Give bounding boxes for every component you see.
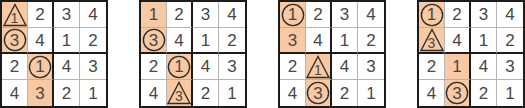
digit: 2 <box>201 85 210 102</box>
digit: 3 <box>428 36 436 50</box>
cell-r1c3: 3 <box>193 2 219 28</box>
cell-r2c2: 4 <box>306 28 332 54</box>
cell-r4c3: 2 <box>332 80 358 106</box>
digit: 1 <box>62 32 71 49</box>
cell-r1c1: 1 <box>2 2 28 28</box>
digit: 3 <box>505 58 514 75</box>
cell-r4c3: 2 <box>193 80 219 106</box>
digit: 4 <box>10 85 19 102</box>
cell-r2c2: 4 <box>28 28 54 54</box>
cell-r3c1: 2 <box>141 54 167 80</box>
cell-r1c4: 4 <box>219 2 245 28</box>
cell-r4c3: 2 <box>471 80 497 106</box>
cell-r2c2: 4 <box>445 28 471 54</box>
digit: 1 <box>314 63 322 77</box>
cell-r3c4: 3 <box>219 54 245 80</box>
cell-r2c1: 3 <box>2 28 28 54</box>
cell-r3c3: 4 <box>193 54 219 80</box>
digit: 1 <box>201 32 210 49</box>
digit: 1 <box>11 11 19 25</box>
board-2: 1234341221434321 <box>139 0 247 108</box>
board-3: 1234341221434321 <box>278 0 386 108</box>
cell-r4c1: 4 <box>280 80 306 106</box>
digit: 3 <box>227 58 236 75</box>
digit: 2 <box>366 32 375 49</box>
digit: 3 <box>149 32 158 49</box>
cell-r3c3: 4 <box>332 54 358 80</box>
digit: 4 <box>149 85 158 102</box>
digit: 3 <box>479 6 488 23</box>
cell-r3c4: 3 <box>358 54 384 80</box>
digit: 2 <box>479 85 488 102</box>
digit: 2 <box>340 85 349 102</box>
digit: 1 <box>427 6 436 23</box>
cell-r4c4: 1 <box>219 80 245 106</box>
digit: 2 <box>35 6 44 23</box>
digit: 3 <box>340 6 349 23</box>
cell-r4c4: 1 <box>358 80 384 106</box>
cell-r3c1: 2 <box>280 54 306 80</box>
digit: 4 <box>288 85 297 102</box>
digit: 2 <box>10 58 19 75</box>
cell-r4c2: 3 <box>28 80 54 106</box>
cell-r4c1: 4 <box>2 80 28 106</box>
digit: 1 <box>35 58 44 75</box>
cell-r3c4: 3 <box>497 54 523 80</box>
digit: 4 <box>505 6 514 23</box>
digit: 2 <box>505 32 514 49</box>
cell-r1c1: 1 <box>141 2 167 28</box>
digit: 4 <box>35 32 44 49</box>
digit: 4 <box>452 32 461 49</box>
digit: 1 <box>288 6 297 23</box>
cell-r2c3: 1 <box>54 28 80 54</box>
cell-r4c2: 3 <box>306 80 332 106</box>
board-4: 1234341221434321 <box>417 0 525 108</box>
digit: 4 <box>366 6 375 23</box>
digit: 2 <box>88 32 97 49</box>
cell-r1c4: 4 <box>358 2 384 28</box>
cell-r4c1: 4 <box>141 80 167 106</box>
cell-r1c2: 2 <box>306 2 332 28</box>
cell-r2c3: 1 <box>332 28 358 54</box>
digit: 4 <box>201 58 210 75</box>
cell-r3c1: 2 <box>419 54 445 80</box>
digit: 3 <box>313 85 322 102</box>
digit: 4 <box>62 58 71 75</box>
digit: 1 <box>479 32 488 49</box>
cell-r3c3: 4 <box>54 54 80 80</box>
digit: 4 <box>174 32 183 49</box>
digit: 1 <box>227 85 236 102</box>
cell-r1c3: 3 <box>54 2 80 28</box>
digit: 1 <box>452 58 461 75</box>
digit: 4 <box>88 6 97 23</box>
cell-r1c3: 3 <box>471 2 497 28</box>
cell-r1c1: 1 <box>280 2 306 28</box>
digit: 1 <box>174 58 183 75</box>
cell-r4c1: 4 <box>419 80 445 106</box>
cell-r2c4: 2 <box>219 28 245 54</box>
digit: 4 <box>313 32 322 49</box>
cell-r1c2: 2 <box>167 2 193 28</box>
cell-r3c2: 1 <box>167 54 193 80</box>
digit: 3 <box>201 6 210 23</box>
cell-r1c3: 3 <box>332 2 358 28</box>
digit: 3 <box>35 85 44 102</box>
digit: 3 <box>88 58 97 75</box>
digit: 3 <box>288 32 297 49</box>
cell-r4c2: 3 <box>167 80 193 106</box>
digit: 3 <box>62 6 71 23</box>
digit: 4 <box>227 6 236 23</box>
digit: 3 <box>10 32 19 49</box>
cell-r2c3: 1 <box>193 28 219 54</box>
cell-r4c2: 3 <box>445 80 471 106</box>
cell-r3c2: 1 <box>28 54 54 80</box>
cell-r3c3: 4 <box>471 54 497 80</box>
cell-r1c4: 4 <box>80 2 106 28</box>
cell-r3c4: 3 <box>80 54 106 80</box>
cell-r2c2: 4 <box>167 28 193 54</box>
cell-r3c2: 1 <box>445 54 471 80</box>
digit: 2 <box>313 6 322 23</box>
cell-r1c2: 2 <box>445 2 471 28</box>
digit: 2 <box>174 6 183 23</box>
digit: 1 <box>340 32 349 49</box>
cell-r2c1: 3 <box>419 28 445 54</box>
digit: 1 <box>88 85 97 102</box>
cell-r3c1: 2 <box>2 54 28 80</box>
cell-r2c1: 3 <box>280 28 306 54</box>
digit: 3 <box>366 58 375 75</box>
digit: 2 <box>427 58 436 75</box>
cell-r2c4: 2 <box>497 28 523 54</box>
cell-r2c3: 1 <box>471 28 497 54</box>
digit: 1 <box>505 85 514 102</box>
digit: 2 <box>62 85 71 102</box>
digit: 4 <box>479 58 488 75</box>
digit: 2 <box>227 32 236 49</box>
cell-r1c2: 2 <box>28 2 54 28</box>
digit: 2 <box>288 58 297 75</box>
cell-r2c4: 2 <box>80 28 106 54</box>
cell-r1c4: 4 <box>497 2 523 28</box>
cell-r4c3: 2 <box>54 80 80 106</box>
cell-r3c2: 1 <box>306 54 332 80</box>
digit: 4 <box>427 85 436 102</box>
cell-r4c4: 1 <box>80 80 106 106</box>
digit: 1 <box>149 6 158 23</box>
digit: 1 <box>366 85 375 102</box>
sudoku-diagram: 1234341221434321123434122143432112343412… <box>0 0 525 108</box>
cell-r2c4: 2 <box>358 28 384 54</box>
digit: 4 <box>340 58 349 75</box>
digit: 2 <box>149 58 158 75</box>
cell-r2c1: 3 <box>141 28 167 54</box>
digit: 2 <box>452 6 461 23</box>
cell-r1c1: 1 <box>419 2 445 28</box>
digit: 3 <box>452 85 461 102</box>
board-1: 1234341221434321 <box>0 0 108 108</box>
cell-r4c4: 1 <box>497 80 523 106</box>
digit: 3 <box>175 89 183 103</box>
